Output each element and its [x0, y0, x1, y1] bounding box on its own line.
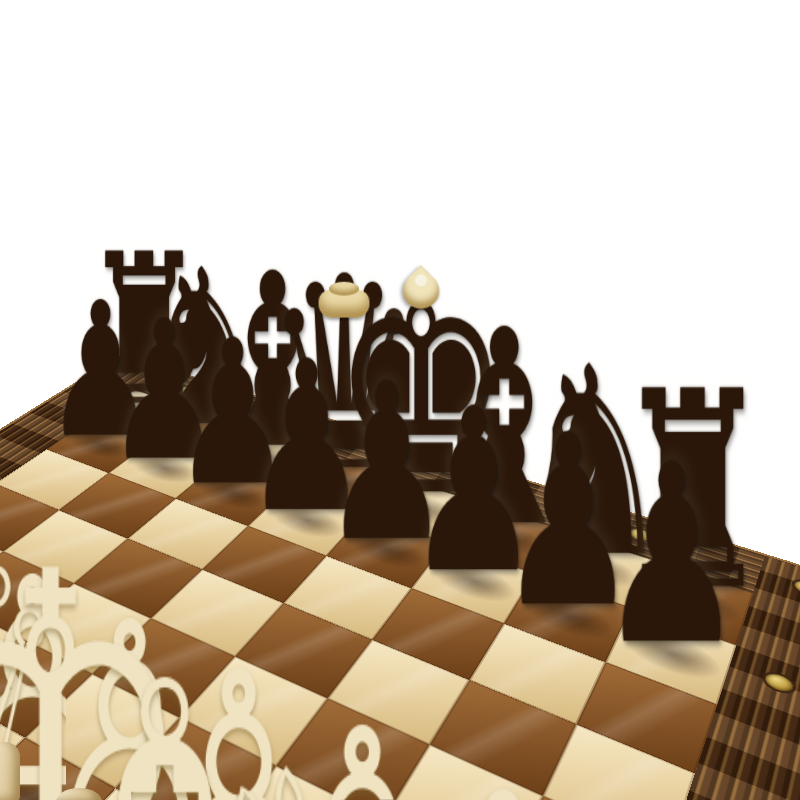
chess-board: ♜♞♝♛♚♝♞♜♟♟♟♟♟♟♟♟♙♙♙♙♙♙♙♙♖♘♗♕♔♗♘♖	[0, 356, 800, 800]
piece-white-rook-h1: ♖	[304, 785, 590, 800]
white-piece-top-icon	[0, 742, 20, 800]
piece-black-pawn-h7: ♟	[599, 432, 745, 679]
product-photo-scene: ♜♞♝♛♚♝♞♜♟♟♟♟♟♟♟♟♙♙♙♙♙♙♙♙♖♘♗♕♔♗♘♖	[0, 0, 800, 800]
playing-field: ♜♞♝♛♚♝♞♜♟♟♟♟♟♟♟♟♙♙♙♙♙♙♙♙♖♘♗♕♔♗♘♖	[0, 390, 753, 800]
